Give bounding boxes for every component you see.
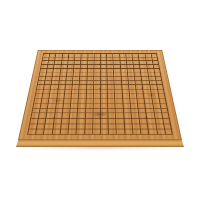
- board-grid: [27, 53, 173, 134]
- product-photo-scene: [0, 0, 200, 200]
- grid-cell: [100, 129, 108, 135]
- grid-cell: [84, 129, 92, 135]
- grid-cell: [164, 129, 173, 135]
- grid-cell: [92, 129, 100, 135]
- board-front-edge: [16, 140, 184, 147]
- go-board: [18, 50, 182, 140]
- grid-cell: [108, 129, 116, 135]
